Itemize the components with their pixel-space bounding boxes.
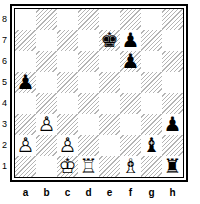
square-h1[interactable]: ♜ xyxy=(162,156,183,177)
square-c5[interactable] xyxy=(57,72,78,93)
square-c7[interactable] xyxy=(57,30,78,51)
square-d3[interactable] xyxy=(78,114,99,135)
square-g3[interactable] xyxy=(141,114,162,135)
rank-label-2: 2 xyxy=(0,135,9,156)
piece-black-pawn[interactable]: ♟ xyxy=(120,30,141,51)
square-e3[interactable] xyxy=(99,114,120,135)
square-h6[interactable] xyxy=(162,51,183,72)
square-d5[interactable] xyxy=(78,72,99,93)
piece-white-fill: ♟ xyxy=(15,135,36,156)
piece-white-fill: ♝ xyxy=(120,156,141,177)
square-c8[interactable] xyxy=(57,9,78,30)
square-b1[interactable] xyxy=(36,156,57,177)
piece-white-pawn[interactable]: ♙♟ xyxy=(15,135,36,156)
file-label-e: e xyxy=(99,186,120,199)
square-c1[interactable]: ♔♚ xyxy=(57,156,78,177)
file-label-c: c xyxy=(57,186,78,199)
square-b8[interactable] xyxy=(36,9,57,30)
board-grid: ♚♟♟♟♙♟♟♙♟♙♟♝♔♚♖♜♗♝♜ xyxy=(15,9,183,177)
square-b4[interactable] xyxy=(36,93,57,114)
piece-black-pawn[interactable]: ♟ xyxy=(120,51,141,72)
square-h8[interactable] xyxy=(162,9,183,30)
rank-label-1: 1 xyxy=(0,156,9,177)
square-g8[interactable] xyxy=(141,9,162,30)
rank-label-5: 5 xyxy=(0,72,9,93)
square-a1[interactable] xyxy=(15,156,36,177)
rank-label-4: 4 xyxy=(0,93,9,114)
square-c4[interactable] xyxy=(57,93,78,114)
piece-black-bishop[interactable]: ♝ xyxy=(141,135,162,156)
square-a4[interactable] xyxy=(15,93,36,114)
rank-label-8: 8 xyxy=(0,9,9,30)
square-e7[interactable]: ♚ xyxy=(99,30,120,51)
square-c6[interactable] xyxy=(57,51,78,72)
square-b2[interactable] xyxy=(36,135,57,156)
piece-white-bishop[interactable]: ♗♝ xyxy=(120,156,141,177)
square-d1[interactable]: ♖♜ xyxy=(78,156,99,177)
square-e4[interactable] xyxy=(99,93,120,114)
rank-labels: 87654321 xyxy=(0,9,9,177)
square-c2[interactable]: ♙♟ xyxy=(57,135,78,156)
square-a7[interactable] xyxy=(15,30,36,51)
piece-black-pawn[interactable]: ♟ xyxy=(162,114,183,135)
square-d8[interactable] xyxy=(78,9,99,30)
square-b7[interactable] xyxy=(36,30,57,51)
rank-label-6: 6 xyxy=(0,51,9,72)
square-h7[interactable] xyxy=(162,30,183,51)
piece-white-fill: ♜ xyxy=(78,156,99,177)
square-h5[interactable] xyxy=(162,72,183,93)
rank-label-3: 3 xyxy=(0,114,9,135)
square-d6[interactable] xyxy=(78,51,99,72)
square-d7[interactable] xyxy=(78,30,99,51)
square-d2[interactable] xyxy=(78,135,99,156)
piece-black-king[interactable]: ♚ xyxy=(99,30,120,51)
file-label-a: a xyxy=(15,186,36,199)
piece-white-king[interactable]: ♔♚ xyxy=(57,156,78,177)
square-d4[interactable] xyxy=(78,93,99,114)
file-label-d: d xyxy=(78,186,99,199)
square-a8[interactable] xyxy=(15,9,36,30)
square-g5[interactable] xyxy=(141,72,162,93)
square-f4[interactable] xyxy=(120,93,141,114)
square-a6[interactable] xyxy=(15,51,36,72)
chess-board: ♚♟♟♟♙♟♟♙♟♙♟♝♔♚♖♜♗♝♜ xyxy=(14,8,184,178)
square-b3[interactable]: ♙♟ xyxy=(36,114,57,135)
rank-label-7: 7 xyxy=(0,30,9,51)
square-e2[interactable] xyxy=(99,135,120,156)
square-h3[interactable]: ♟ xyxy=(162,114,183,135)
piece-white-pawn[interactable]: ♙♟ xyxy=(36,114,57,135)
piece-white-rook[interactable]: ♖♜ xyxy=(78,156,99,177)
piece-white-pawn[interactable]: ♙♟ xyxy=(57,135,78,156)
square-g7[interactable] xyxy=(141,30,162,51)
chess-diagram: 87654321 ♚♟♟♟♙♟♟♙♟♙♟♝♔♚♖♜♗♝♜ abcdefgh xyxy=(0,0,200,204)
square-a3[interactable] xyxy=(15,114,36,135)
square-b5[interactable] xyxy=(36,72,57,93)
piece-black-pawn[interactable]: ♟ xyxy=(15,72,36,93)
piece-black-rook[interactable]: ♜ xyxy=(162,156,183,177)
square-e6[interactable] xyxy=(99,51,120,72)
square-f5[interactable] xyxy=(120,72,141,93)
square-f1[interactable]: ♗♝ xyxy=(120,156,141,177)
square-f7[interactable]: ♟ xyxy=(120,30,141,51)
file-labels: abcdefgh xyxy=(15,186,183,199)
file-label-b: b xyxy=(36,186,57,199)
square-f2[interactable] xyxy=(120,135,141,156)
piece-white-fill: ♚ xyxy=(57,156,78,177)
file-label-h: h xyxy=(162,186,183,199)
file-label-g: g xyxy=(141,186,162,199)
square-g6[interactable] xyxy=(141,51,162,72)
chess-board-frame: ♚♟♟♟♙♟♟♙♟♙♟♝♔♚♖♜♗♝♜ xyxy=(10,4,188,182)
square-g4[interactable] xyxy=(141,93,162,114)
square-a5[interactable]: ♟ xyxy=(15,72,36,93)
square-f3[interactable] xyxy=(120,114,141,135)
square-g1[interactable] xyxy=(141,156,162,177)
square-a2[interactable]: ♙♟ xyxy=(15,135,36,156)
piece-white-fill: ♟ xyxy=(36,114,57,135)
square-e1[interactable] xyxy=(99,156,120,177)
file-label-f: f xyxy=(120,186,141,199)
square-e5[interactable] xyxy=(99,72,120,93)
square-b6[interactable] xyxy=(36,51,57,72)
square-e8[interactable] xyxy=(99,9,120,30)
square-c3[interactable] xyxy=(57,114,78,135)
square-f8[interactable] xyxy=(120,9,141,30)
square-f6[interactable]: ♟ xyxy=(120,51,141,72)
square-g2[interactable]: ♝ xyxy=(141,135,162,156)
piece-white-fill: ♟ xyxy=(57,135,78,156)
square-h4[interactable] xyxy=(162,93,183,114)
square-h2[interactable] xyxy=(162,135,183,156)
